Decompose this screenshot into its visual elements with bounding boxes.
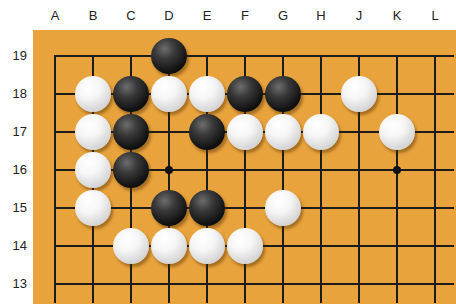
intersection-H14[interactable] bbox=[302, 227, 340, 265]
intersection-F19[interactable] bbox=[226, 37, 264, 75]
intersection-D13[interactable] bbox=[150, 265, 188, 303]
intersection-K17[interactable] bbox=[378, 113, 416, 151]
intersection-K13[interactable] bbox=[378, 265, 416, 303]
intersection-J13[interactable] bbox=[340, 265, 378, 303]
column-label-F: F bbox=[226, 5, 264, 27]
column-label-J: J bbox=[340, 5, 378, 27]
intersection-B14[interactable] bbox=[74, 227, 112, 265]
intersection-C13[interactable] bbox=[112, 265, 150, 303]
intersection-B16[interactable] bbox=[74, 151, 112, 189]
intersection-J17[interactable] bbox=[340, 113, 378, 151]
intersection-J19[interactable] bbox=[340, 37, 378, 75]
intersection-L16[interactable] bbox=[416, 151, 454, 189]
intersection-D16[interactable] bbox=[150, 151, 188, 189]
intersection-J15[interactable] bbox=[340, 189, 378, 227]
intersection-K16[interactable] bbox=[378, 151, 416, 189]
intersection-H16[interactable] bbox=[302, 151, 340, 189]
black-stone-E17 bbox=[189, 114, 225, 150]
intersection-A14[interactable] bbox=[36, 227, 74, 265]
intersection-E18[interactable] bbox=[188, 75, 226, 113]
intersection-L19[interactable] bbox=[416, 37, 454, 75]
column-label-G: G bbox=[264, 5, 302, 27]
white-stone-F14 bbox=[227, 228, 263, 264]
intersection-F14[interactable] bbox=[226, 227, 264, 265]
white-stone-F17 bbox=[227, 114, 263, 150]
black-stone-F18 bbox=[227, 76, 263, 112]
intersection-E15[interactable] bbox=[188, 189, 226, 227]
white-stone-B16 bbox=[75, 152, 111, 188]
intersection-L15[interactable] bbox=[416, 189, 454, 227]
intersection-H17[interactable] bbox=[302, 113, 340, 151]
black-stone-C16 bbox=[113, 152, 149, 188]
row-label-17: 17 bbox=[0, 113, 27, 151]
intersection-A19[interactable] bbox=[36, 37, 74, 75]
intersection-F15[interactable] bbox=[226, 189, 264, 227]
intersection-H15[interactable] bbox=[302, 189, 340, 227]
white-stone-D18 bbox=[151, 76, 187, 112]
intersection-G16[interactable] bbox=[264, 151, 302, 189]
intersection-B19[interactable] bbox=[74, 37, 112, 75]
intersection-J18[interactable] bbox=[340, 75, 378, 113]
column-label-C: C bbox=[112, 5, 150, 27]
black-stone-D19 bbox=[151, 38, 187, 74]
intersection-E16[interactable] bbox=[188, 151, 226, 189]
intersection-G15[interactable] bbox=[264, 189, 302, 227]
row-label-13: 13 bbox=[0, 265, 27, 303]
row-label-19: 19 bbox=[0, 37, 27, 75]
intersection-C19[interactable] bbox=[112, 37, 150, 75]
row-label-15: 15 bbox=[0, 189, 27, 227]
intersection-K15[interactable] bbox=[378, 189, 416, 227]
intersection-E14[interactable] bbox=[188, 227, 226, 265]
white-stone-J18 bbox=[341, 76, 377, 112]
column-label-A: A bbox=[36, 5, 74, 27]
intersection-J16[interactable] bbox=[340, 151, 378, 189]
column-labels: ABCDEFGHJKL bbox=[36, 5, 454, 27]
intersection-G13[interactable] bbox=[264, 265, 302, 303]
intersection-E19[interactable] bbox=[188, 37, 226, 75]
intersection-G18[interactable] bbox=[264, 75, 302, 113]
intersection-G14[interactable] bbox=[264, 227, 302, 265]
intersection-K19[interactable] bbox=[378, 37, 416, 75]
black-stone-C17 bbox=[113, 114, 149, 150]
intersection-B18[interactable] bbox=[74, 75, 112, 113]
row-label-16: 16 bbox=[0, 151, 27, 189]
go-board-screen: ABCDEFGHJKL 19181716151413 bbox=[0, 0, 456, 304]
intersection-C15[interactable] bbox=[112, 189, 150, 227]
intersection-C17[interactable] bbox=[112, 113, 150, 151]
intersection-L17[interactable] bbox=[416, 113, 454, 151]
black-stone-E15 bbox=[189, 190, 225, 226]
intersection-G17[interactable] bbox=[264, 113, 302, 151]
intersection-L13[interactable] bbox=[416, 265, 454, 303]
intersection-L18[interactable] bbox=[416, 75, 454, 113]
intersection-K14[interactable] bbox=[378, 227, 416, 265]
white-stone-C14 bbox=[113, 228, 149, 264]
column-label-L: L bbox=[416, 5, 454, 27]
intersection-E13[interactable] bbox=[188, 265, 226, 303]
intersection-L14[interactable] bbox=[416, 227, 454, 265]
white-stone-H17 bbox=[303, 114, 339, 150]
intersection-F16[interactable] bbox=[226, 151, 264, 189]
intersection-E17[interactable] bbox=[188, 113, 226, 151]
intersection-K18[interactable] bbox=[378, 75, 416, 113]
board-grid bbox=[36, 37, 454, 303]
star-point-D16 bbox=[165, 166, 173, 174]
intersection-A16[interactable] bbox=[36, 151, 74, 189]
white-stone-K17 bbox=[379, 114, 415, 150]
row-label-18: 18 bbox=[0, 75, 27, 113]
intersection-B17[interactable] bbox=[74, 113, 112, 151]
column-label-K: K bbox=[378, 5, 416, 27]
white-stone-E18 bbox=[189, 76, 225, 112]
intersection-B15[interactable] bbox=[74, 189, 112, 227]
intersection-D15[interactable] bbox=[150, 189, 188, 227]
intersection-D18[interactable] bbox=[150, 75, 188, 113]
intersection-A18[interactable] bbox=[36, 75, 74, 113]
row-labels: 19181716151413 bbox=[0, 37, 27, 303]
white-stone-B15 bbox=[75, 190, 111, 226]
white-stone-E14 bbox=[189, 228, 225, 264]
white-stone-B17 bbox=[75, 114, 111, 150]
intersection-A13[interactable] bbox=[36, 265, 74, 303]
white-stone-B18 bbox=[75, 76, 111, 112]
intersection-C14[interactable] bbox=[112, 227, 150, 265]
black-stone-C18 bbox=[113, 76, 149, 112]
white-stone-D14 bbox=[151, 228, 187, 264]
intersection-D17[interactable] bbox=[150, 113, 188, 151]
intersection-D14[interactable] bbox=[150, 227, 188, 265]
star-point-K16 bbox=[393, 166, 401, 174]
black-stone-G18 bbox=[265, 76, 301, 112]
white-stone-G15 bbox=[265, 190, 301, 226]
intersection-H19[interactable] bbox=[302, 37, 340, 75]
intersection-G19[interactable] bbox=[264, 37, 302, 75]
intersection-H18[interactable] bbox=[302, 75, 340, 113]
column-label-B: B bbox=[74, 5, 112, 27]
column-label-H: H bbox=[302, 5, 340, 27]
intersection-A15[interactable] bbox=[36, 189, 74, 227]
intersection-J14[interactable] bbox=[340, 227, 378, 265]
intersection-C18[interactable] bbox=[112, 75, 150, 113]
black-stone-D15 bbox=[151, 190, 187, 226]
white-stone-G17 bbox=[265, 114, 301, 150]
intersection-D19[interactable] bbox=[150, 37, 188, 75]
intersection-C16[interactable] bbox=[112, 151, 150, 189]
row-label-14: 14 bbox=[0, 227, 27, 265]
intersection-F18[interactable] bbox=[226, 75, 264, 113]
intersection-A17[interactable] bbox=[36, 113, 74, 151]
intersection-F13[interactable] bbox=[226, 265, 264, 303]
intersection-F17[interactable] bbox=[226, 113, 264, 151]
column-label-D: D bbox=[150, 5, 188, 27]
intersection-H13[interactable] bbox=[302, 265, 340, 303]
column-label-E: E bbox=[188, 5, 226, 27]
intersection-B13[interactable] bbox=[74, 265, 112, 303]
